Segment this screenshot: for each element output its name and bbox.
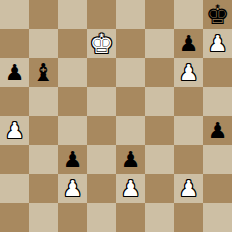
square-a7[interactable]	[0, 29, 29, 58]
square-g8[interactable]	[174, 0, 203, 29]
piece-white-pawn: ♟	[179, 62, 199, 84]
square-f8[interactable]	[145, 0, 174, 29]
square-e7[interactable]	[116, 29, 145, 58]
square-f1[interactable]	[145, 203, 174, 232]
square-c6[interactable]	[58, 58, 87, 87]
square-b1[interactable]	[29, 203, 58, 232]
square-e3[interactable]: ♟	[116, 145, 145, 174]
square-h6[interactable]	[203, 58, 232, 87]
square-c4[interactable]	[58, 116, 87, 145]
chess-board: ♚♚♟♟♟♝♟♟♟♟♟♟♟♟	[0, 0, 232, 232]
square-h3[interactable]	[203, 145, 232, 174]
square-c1[interactable]	[58, 203, 87, 232]
square-b6[interactable]: ♝	[29, 58, 58, 87]
square-c7[interactable]	[58, 29, 87, 58]
square-h1[interactable]	[203, 203, 232, 232]
square-d4[interactable]	[87, 116, 116, 145]
square-b3[interactable]	[29, 145, 58, 174]
square-f6[interactable]	[145, 58, 174, 87]
piece-black-pawn: ♟	[208, 120, 228, 142]
square-e4[interactable]	[116, 116, 145, 145]
square-c8[interactable]	[58, 0, 87, 29]
square-f4[interactable]	[145, 116, 174, 145]
square-f2[interactable]	[145, 174, 174, 203]
square-a6[interactable]: ♟	[0, 58, 29, 87]
square-g5[interactable]	[174, 87, 203, 116]
square-c3[interactable]: ♟	[58, 145, 87, 174]
square-d7[interactable]: ♚	[87, 29, 116, 58]
square-b8[interactable]	[29, 0, 58, 29]
square-h7[interactable]: ♟	[203, 29, 232, 58]
square-a8[interactable]	[0, 0, 29, 29]
square-e1[interactable]	[116, 203, 145, 232]
square-h2[interactable]	[203, 174, 232, 203]
square-a1[interactable]	[0, 203, 29, 232]
square-g3[interactable]	[174, 145, 203, 174]
square-d5[interactable]	[87, 87, 116, 116]
square-g1[interactable]	[174, 203, 203, 232]
square-a5[interactable]	[0, 87, 29, 116]
square-a4[interactable]: ♟	[0, 116, 29, 145]
square-g4[interactable]	[174, 116, 203, 145]
square-b7[interactable]	[29, 29, 58, 58]
piece-black-pawn: ♟	[63, 149, 83, 171]
square-g7[interactable]: ♟	[174, 29, 203, 58]
piece-black-king: ♚	[205, 1, 229, 28]
piece-white-king: ♚	[89, 30, 113, 57]
square-f5[interactable]	[145, 87, 174, 116]
piece-white-pawn: ♟	[179, 178, 199, 200]
piece-white-pawn: ♟	[208, 33, 228, 55]
square-h4[interactable]: ♟	[203, 116, 232, 145]
square-c5[interactable]	[58, 87, 87, 116]
piece-white-pawn: ♟	[121, 178, 141, 200]
square-d3[interactable]	[87, 145, 116, 174]
square-d8[interactable]	[87, 0, 116, 29]
square-e8[interactable]	[116, 0, 145, 29]
square-h8[interactable]: ♚	[203, 0, 232, 29]
piece-white-pawn: ♟	[5, 120, 25, 142]
square-a3[interactable]	[0, 145, 29, 174]
square-f3[interactable]	[145, 145, 174, 174]
square-b5[interactable]	[29, 87, 58, 116]
piece-black-pawn: ♟	[121, 149, 141, 171]
square-b2[interactable]	[29, 174, 58, 203]
square-a2[interactable]	[0, 174, 29, 203]
square-g2[interactable]: ♟	[174, 174, 203, 203]
piece-black-pawn: ♟	[5, 62, 25, 84]
square-g6[interactable]: ♟	[174, 58, 203, 87]
square-d2[interactable]	[87, 174, 116, 203]
piece-white-pawn: ♟	[63, 178, 83, 200]
square-f7[interactable]	[145, 29, 174, 58]
piece-black-bishop: ♝	[32, 60, 54, 85]
square-d1[interactable]	[87, 203, 116, 232]
square-e6[interactable]	[116, 58, 145, 87]
square-e5[interactable]	[116, 87, 145, 116]
square-h5[interactable]	[203, 87, 232, 116]
square-e2[interactable]: ♟	[116, 174, 145, 203]
square-d6[interactable]	[87, 58, 116, 87]
square-c2[interactable]: ♟	[58, 174, 87, 203]
piece-black-pawn: ♟	[179, 33, 199, 55]
square-b4[interactable]	[29, 116, 58, 145]
